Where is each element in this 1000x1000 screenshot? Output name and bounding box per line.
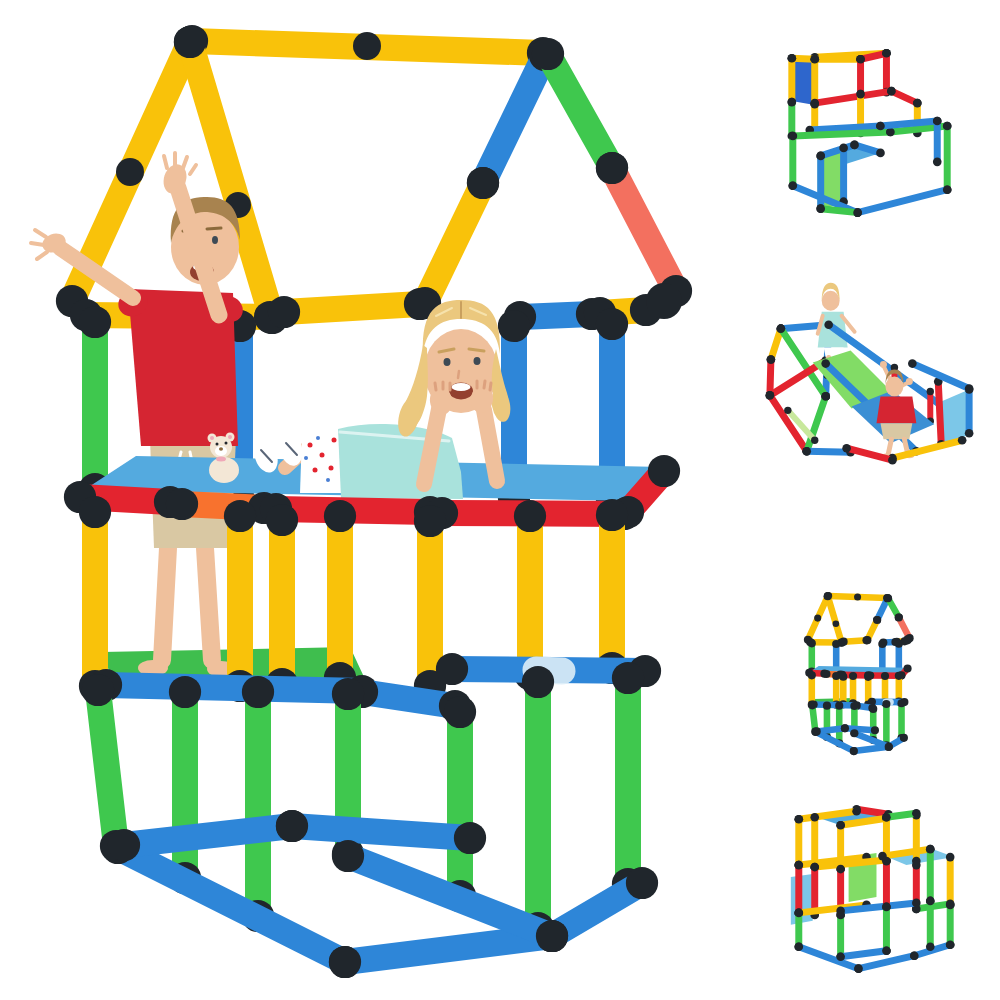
product-image-collage	[0, 0, 1000, 1000]
main-product-image[interactable]	[0, 0, 745, 1000]
thumbnail-1[interactable]	[745, 2, 1000, 247]
thumbnail-4[interactable]	[745, 768, 1000, 1000]
thumbnail-3[interactable]	[745, 504, 1000, 760]
thumbnail-3-illustration	[745, 504, 1000, 760]
thumbnail-2[interactable]	[745, 254, 1000, 500]
thumbnail-2-illustration	[745, 254, 1000, 500]
thumbnail-4-illustration	[745, 768, 1000, 1000]
main-product-illustration	[0, 0, 745, 1000]
thumbnail-column	[745, 0, 1000, 1000]
thumbnail-1-illustration	[745, 2, 1000, 247]
